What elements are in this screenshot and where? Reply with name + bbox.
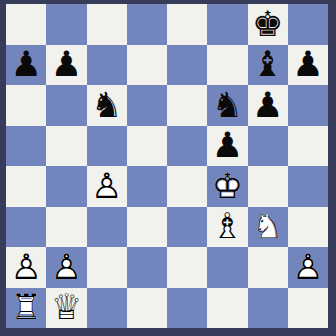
square-a7[interactable]: ♟ (6, 45, 46, 86)
square-g4[interactable] (248, 166, 288, 207)
square-a8[interactable] (6, 4, 46, 45)
piece-outline: ♖ (6, 288, 46, 329)
piece-black-pawn[interactable]: ♟ (6, 45, 46, 86)
square-b2[interactable]: ♟♙ (46, 247, 86, 288)
square-d6[interactable] (127, 85, 167, 126)
square-d8[interactable] (127, 4, 167, 45)
square-h7[interactable]: ♟ (288, 45, 328, 86)
square-h8[interactable] (288, 4, 328, 45)
square-g8[interactable]: ♚ (248, 4, 288, 45)
square-a3[interactable] (6, 207, 46, 248)
piece-outline: ♙ (46, 247, 86, 288)
square-d4[interactable] (127, 166, 167, 207)
piece-white-queen[interactable]: ♛♕ (46, 288, 86, 329)
piece-outline: ♔ (207, 166, 247, 207)
square-e3[interactable] (167, 207, 207, 248)
square-e8[interactable] (167, 4, 207, 45)
piece-white-pawn[interactable]: ♟♙ (6, 247, 46, 288)
piece-white-pawn[interactable]: ♟♙ (46, 247, 86, 288)
piece-outline: ♗ (207, 207, 247, 248)
square-b8[interactable] (46, 4, 86, 45)
square-c3[interactable] (87, 207, 127, 248)
square-h6[interactable] (288, 85, 328, 126)
square-f8[interactable] (207, 4, 247, 45)
square-a5[interactable] (6, 126, 46, 167)
square-g5[interactable] (248, 126, 288, 167)
piece-black-pawn[interactable]: ♟ (288, 45, 328, 86)
square-b1[interactable]: ♛♕ (46, 288, 86, 329)
square-h3[interactable] (288, 207, 328, 248)
square-h4[interactable] (288, 166, 328, 207)
chess-board: ♚♟♟♝♟♞♞♟♟♟♙♚♔♝♗♞♘♟♙♟♙♟♙♜♖♛♕ (0, 0, 336, 336)
square-c7[interactable] (87, 45, 127, 86)
piece-black-knight[interactable]: ♞ (207, 85, 247, 126)
piece-outline: ♘ (248, 207, 288, 248)
piece-black-king[interactable]: ♚ (248, 4, 288, 45)
square-c4[interactable]: ♟♙ (87, 166, 127, 207)
piece-white-rook[interactable]: ♜♖ (6, 288, 46, 329)
square-c6[interactable]: ♞ (87, 85, 127, 126)
square-c8[interactable] (87, 4, 127, 45)
square-a6[interactable] (6, 85, 46, 126)
square-a4[interactable] (6, 166, 46, 207)
square-f4[interactable]: ♚♔ (207, 166, 247, 207)
square-g3[interactable]: ♞♘ (248, 207, 288, 248)
piece-outline: ♕ (46, 288, 86, 329)
piece-outline: ♙ (288, 247, 328, 288)
piece-outline: ♙ (6, 247, 46, 288)
square-f5[interactable]: ♟ (207, 126, 247, 167)
piece-white-bishop[interactable]: ♝♗ (207, 207, 247, 248)
square-f7[interactable] (207, 45, 247, 86)
piece-black-knight[interactable]: ♞ (87, 85, 127, 126)
square-c1[interactable] (87, 288, 127, 329)
square-a1[interactable]: ♜♖ (6, 288, 46, 329)
piece-white-pawn[interactable]: ♟♙ (87, 166, 127, 207)
square-b6[interactable] (46, 85, 86, 126)
square-g1[interactable] (248, 288, 288, 329)
square-e7[interactable] (167, 45, 207, 86)
square-e2[interactable] (167, 247, 207, 288)
square-d2[interactable] (127, 247, 167, 288)
piece-black-pawn[interactable]: ♟ (248, 85, 288, 126)
square-g7[interactable]: ♝ (248, 45, 288, 86)
square-d3[interactable] (127, 207, 167, 248)
square-d5[interactable] (127, 126, 167, 167)
square-h1[interactable] (288, 288, 328, 329)
square-e4[interactable] (167, 166, 207, 207)
square-a2[interactable]: ♟♙ (6, 247, 46, 288)
square-f2[interactable] (207, 247, 247, 288)
square-f1[interactable] (207, 288, 247, 329)
piece-white-king[interactable]: ♚♔ (207, 166, 247, 207)
square-c5[interactable] (87, 126, 127, 167)
square-h5[interactable] (288, 126, 328, 167)
square-d7[interactable] (127, 45, 167, 86)
square-e5[interactable] (167, 126, 207, 167)
square-f6[interactable]: ♞ (207, 85, 247, 126)
board-grid: ♚♟♟♝♟♞♞♟♟♟♙♚♔♝♗♞♘♟♙♟♙♟♙♜♖♛♕ (6, 4, 328, 328)
piece-black-pawn[interactable]: ♟ (207, 126, 247, 167)
square-g6[interactable]: ♟ (248, 85, 288, 126)
square-g2[interactable] (248, 247, 288, 288)
piece-white-pawn[interactable]: ♟♙ (288, 247, 328, 288)
square-h2[interactable]: ♟♙ (288, 247, 328, 288)
square-d1[interactable] (127, 288, 167, 329)
square-b3[interactable] (46, 207, 86, 248)
square-b7[interactable]: ♟ (46, 45, 86, 86)
square-e1[interactable] (167, 288, 207, 329)
piece-outline: ♙ (87, 166, 127, 207)
square-f3[interactable]: ♝♗ (207, 207, 247, 248)
square-e6[interactable] (167, 85, 207, 126)
piece-white-knight[interactable]: ♞♘ (248, 207, 288, 248)
piece-black-pawn[interactable]: ♟ (46, 45, 86, 86)
piece-black-bishop[interactable]: ♝ (248, 45, 288, 86)
square-c2[interactable] (87, 247, 127, 288)
square-b5[interactable] (46, 126, 86, 167)
square-b4[interactable] (46, 166, 86, 207)
